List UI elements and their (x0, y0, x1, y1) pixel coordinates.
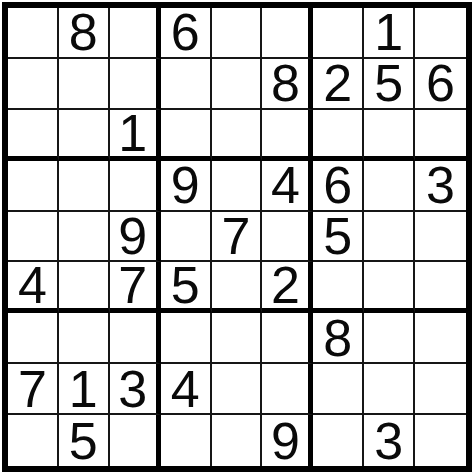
cell-r1c9[interactable] (415, 8, 466, 59)
cell-r8c6[interactable] (262, 364, 313, 415)
cell-r2c9[interactable]: 6 (415, 59, 466, 110)
cell-r9c4[interactable] (161, 415, 212, 466)
cell-r1c1[interactable] (8, 8, 59, 59)
cell-r3c5[interactable] (212, 110, 263, 161)
cell-r6c1[interactable]: 4 (8, 262, 59, 313)
cell-r4c3[interactable] (110, 161, 161, 212)
cell-r3c4[interactable] (161, 110, 212, 161)
given-digit: 9 (171, 161, 200, 211)
cell-r2c3[interactable] (110, 59, 161, 110)
cell-r7c9[interactable] (415, 313, 466, 364)
cell-r1c3[interactable] (110, 8, 161, 59)
cell-r4c4[interactable]: 9 (161, 161, 212, 212)
cell-r3c7[interactable] (313, 110, 364, 161)
given-digit: 7 (118, 262, 147, 311)
cell-r2c5[interactable] (212, 59, 263, 110)
cell-r7c7[interactable]: 8 (313, 313, 364, 364)
cell-r2c2[interactable] (59, 59, 110, 110)
cell-r5c1[interactable] (8, 212, 59, 263)
sudoku-page: 861825619463975475287134593 (0, 0, 474, 474)
cell-r7c4[interactable] (161, 313, 212, 364)
cell-r4c9[interactable]: 3 (415, 161, 466, 212)
cell-r7c3[interactable] (110, 313, 161, 364)
given-digit: 5 (374, 59, 403, 109)
given-digit: 5 (171, 262, 200, 311)
cell-r6c7[interactable] (313, 262, 364, 313)
cell-r8c4[interactable]: 4 (161, 364, 212, 415)
cell-r8c9[interactable] (415, 364, 466, 415)
cell-r4c5[interactable] (212, 161, 263, 212)
cell-r5c2[interactable] (59, 212, 110, 263)
given-digit: 3 (118, 364, 147, 414)
cell-r9c9[interactable] (415, 415, 466, 466)
cell-r2c7[interactable]: 2 (313, 59, 364, 110)
cell-r1c4[interactable]: 6 (161, 8, 212, 59)
given-digit: 8 (69, 8, 98, 58)
cell-r1c6[interactable] (262, 8, 313, 59)
cell-r2c4[interactable] (161, 59, 212, 110)
cell-r9c8[interactable]: 3 (364, 415, 415, 466)
cell-r5c6[interactable] (262, 212, 313, 263)
cell-r8c5[interactable] (212, 364, 263, 415)
cell-r6c4[interactable]: 5 (161, 262, 212, 313)
given-digit: 5 (323, 212, 352, 262)
cell-r5c8[interactable] (364, 212, 415, 263)
cell-r3c3[interactable]: 1 (110, 110, 161, 161)
cell-r9c1[interactable] (8, 415, 59, 466)
cell-r7c6[interactable] (262, 313, 313, 364)
cell-r6c6[interactable]: 2 (262, 262, 313, 313)
given-digit: 8 (323, 313, 352, 363)
cell-r2c1[interactable] (8, 59, 59, 110)
given-digit: 5 (69, 415, 98, 466)
cell-r1c7[interactable] (313, 8, 364, 59)
cell-r7c1[interactable] (8, 313, 59, 364)
given-digit: 4 (18, 262, 47, 311)
cell-r1c5[interactable] (212, 8, 263, 59)
given-digit: 8 (271, 59, 300, 109)
given-digit: 1 (118, 110, 147, 159)
given-digit: 6 (171, 8, 200, 58)
given-digit: 2 (323, 59, 352, 109)
cell-r2c8[interactable]: 5 (364, 59, 415, 110)
cell-r3c2[interactable] (59, 110, 110, 161)
cell-r6c9[interactable] (415, 262, 466, 313)
cell-r6c3[interactable]: 7 (110, 262, 161, 313)
cell-r9c5[interactable] (212, 415, 263, 466)
given-digit: 3 (374, 415, 403, 466)
cell-r8c8[interactable] (364, 364, 415, 415)
sudoku-board: 861825619463975475287134593 (2, 2, 472, 472)
cell-r9c7[interactable] (313, 415, 364, 466)
cell-r3c1[interactable] (8, 110, 59, 161)
cell-r7c5[interactable] (212, 313, 263, 364)
cell-r8c1[interactable]: 7 (8, 364, 59, 415)
given-digit: 6 (323, 161, 352, 211)
cell-r5c9[interactable] (415, 212, 466, 263)
given-digit: 3 (426, 161, 455, 211)
given-digit: 1 (374, 8, 403, 58)
given-digit: 7 (222, 212, 251, 262)
given-digit: 9 (271, 415, 300, 466)
cell-r1c2[interactable]: 8 (59, 8, 110, 59)
cell-r3c9[interactable] (415, 110, 466, 161)
given-digit: 2 (271, 262, 300, 311)
cell-r4c2[interactable] (59, 161, 110, 212)
cell-r1c8[interactable]: 1 (364, 8, 415, 59)
given-digit: 4 (171, 364, 200, 414)
cell-r4c7[interactable]: 6 (313, 161, 364, 212)
given-digit: 6 (426, 59, 455, 109)
given-digit: 4 (271, 161, 300, 211)
cell-r4c6[interactable]: 4 (262, 161, 313, 212)
cell-r6c5[interactable] (212, 262, 263, 313)
cell-r7c8[interactable] (364, 313, 415, 364)
given-digit: 7 (18, 364, 47, 414)
cell-r8c3[interactable]: 3 (110, 364, 161, 415)
cell-r7c2[interactable] (59, 313, 110, 364)
cell-r6c8[interactable] (364, 262, 415, 313)
cell-r5c3[interactable]: 9 (110, 212, 161, 263)
cell-r2c6[interactable]: 8 (262, 59, 313, 110)
given-digit: 1 (69, 364, 98, 414)
cell-r9c2[interactable]: 5 (59, 415, 110, 466)
cell-r4c1[interactable] (8, 161, 59, 212)
cell-r5c5[interactable]: 7 (212, 212, 263, 263)
cell-r6c2[interactable] (59, 262, 110, 313)
cell-r5c4[interactable] (161, 212, 212, 263)
cell-r8c7[interactable] (313, 364, 364, 415)
cell-r4c8[interactable] (364, 161, 415, 212)
cell-r9c6[interactable]: 9 (262, 415, 313, 466)
given-digit: 9 (118, 212, 147, 262)
cell-r5c7[interactable]: 5 (313, 212, 364, 263)
cell-r9c3[interactable] (110, 415, 161, 466)
cell-r3c8[interactable] (364, 110, 415, 161)
cell-r8c2[interactable]: 1 (59, 364, 110, 415)
cell-r3c6[interactable] (262, 110, 313, 161)
